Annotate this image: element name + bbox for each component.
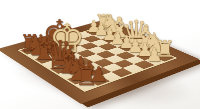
- chess-set-photo: ♜♟♞♟♝♟♟♛♟♟♚♝♜♟♟♚♞♞♟♟♜♝♟♟♟♛♟♝♟♞♟♜: [0, 0, 200, 109]
